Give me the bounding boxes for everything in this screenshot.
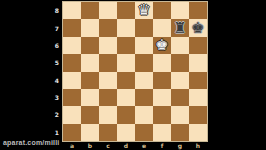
square-h5[interactable]: [189, 54, 207, 71]
square-g5[interactable]: [171, 54, 189, 71]
square-b4[interactable]: [81, 72, 99, 89]
black-rook: ♜: [173, 20, 186, 35]
square-f8[interactable]: [153, 2, 171, 19]
rank-label-7: 7: [50, 19, 61, 36]
square-c8[interactable]: [99, 2, 117, 19]
square-a4[interactable]: [63, 72, 81, 89]
square-d8[interactable]: [117, 2, 135, 19]
square-f3[interactable]: [153, 89, 171, 106]
rank-label-8: 8: [50, 2, 61, 19]
video-frame: aparat.com/milli 87654321 ♛♜♚♚ abcdefgh: [0, 0, 266, 150]
square-f5[interactable]: [153, 54, 171, 71]
square-c6[interactable]: [99, 37, 117, 54]
square-e1[interactable]: [135, 124, 153, 141]
square-a1[interactable]: [63, 124, 81, 141]
square-d3[interactable]: [117, 89, 135, 106]
square-g7[interactable]: ♜: [171, 19, 189, 36]
file-label-c: c: [99, 141, 117, 150]
square-f2[interactable]: [153, 106, 171, 123]
square-h1[interactable]: [189, 124, 207, 141]
square-a3[interactable]: [63, 89, 81, 106]
square-c3[interactable]: [99, 89, 117, 106]
square-a5[interactable]: [63, 54, 81, 71]
square-b7[interactable]: [81, 19, 99, 36]
square-g1[interactable]: [171, 124, 189, 141]
square-d1[interactable]: [117, 124, 135, 141]
rank-label-1: 1: [50, 124, 61, 141]
square-c4[interactable]: [99, 72, 117, 89]
rank-label-2: 2: [50, 106, 61, 123]
square-g3[interactable]: [171, 89, 189, 106]
square-g4[interactable]: [171, 72, 189, 89]
square-a2[interactable]: [63, 106, 81, 123]
square-e3[interactable]: [135, 89, 153, 106]
square-b1[interactable]: [81, 124, 99, 141]
file-label-h: h: [189, 141, 207, 150]
square-b8[interactable]: [81, 2, 99, 19]
square-h8[interactable]: [189, 2, 207, 19]
square-d7[interactable]: [117, 19, 135, 36]
rank-label-4: 4: [50, 72, 61, 89]
square-b6[interactable]: [81, 37, 99, 54]
square-f7[interactable]: [153, 19, 171, 36]
file-label-e: e: [135, 141, 153, 150]
square-a7[interactable]: [63, 19, 81, 36]
square-g8[interactable]: [171, 2, 189, 19]
square-e5[interactable]: [135, 54, 153, 71]
square-c5[interactable]: [99, 54, 117, 71]
square-e8[interactable]: ♛: [135, 2, 153, 19]
file-label-f: f: [153, 141, 171, 150]
square-b3[interactable]: [81, 89, 99, 106]
square-f1[interactable]: [153, 124, 171, 141]
file-label-g: g: [171, 141, 189, 150]
file-label-b: b: [81, 141, 99, 150]
square-e4[interactable]: [135, 72, 153, 89]
square-h7[interactable]: ♚: [189, 19, 207, 36]
square-g6[interactable]: [171, 37, 189, 54]
square-e7[interactable]: [135, 19, 153, 36]
white-king: ♚: [155, 37, 168, 52]
square-c2[interactable]: [99, 106, 117, 123]
square-e2[interactable]: [135, 106, 153, 123]
square-b5[interactable]: [81, 54, 99, 71]
white-queen: ♛: [137, 3, 150, 18]
square-h2[interactable]: [189, 106, 207, 123]
square-a8[interactable]: [63, 2, 81, 19]
square-g2[interactable]: [171, 106, 189, 123]
square-d6[interactable]: [117, 37, 135, 54]
chess-board: ♛♜♚♚: [63, 2, 207, 141]
square-c7[interactable]: [99, 19, 117, 36]
square-h3[interactable]: [189, 89, 207, 106]
rank-label-3: 3: [50, 89, 61, 106]
rank-labels: 87654321: [50, 2, 61, 141]
square-f6[interactable]: ♚: [153, 37, 171, 54]
square-f4[interactable]: [153, 72, 171, 89]
square-b2[interactable]: [81, 106, 99, 123]
square-d4[interactable]: [117, 72, 135, 89]
rank-label-5: 5: [50, 54, 61, 71]
black-king: ♚: [191, 20, 204, 35]
rank-label-6: 6: [50, 37, 61, 54]
square-c1[interactable]: [99, 124, 117, 141]
square-h6[interactable]: [189, 37, 207, 54]
square-h4[interactable]: [189, 72, 207, 89]
file-label-d: d: [117, 141, 135, 150]
square-d2[interactable]: [117, 106, 135, 123]
square-e6[interactable]: [135, 37, 153, 54]
file-label-a: a: [63, 141, 81, 150]
square-a6[interactable]: [63, 37, 81, 54]
file-labels: abcdefgh: [63, 141, 207, 150]
square-d5[interactable]: [117, 54, 135, 71]
